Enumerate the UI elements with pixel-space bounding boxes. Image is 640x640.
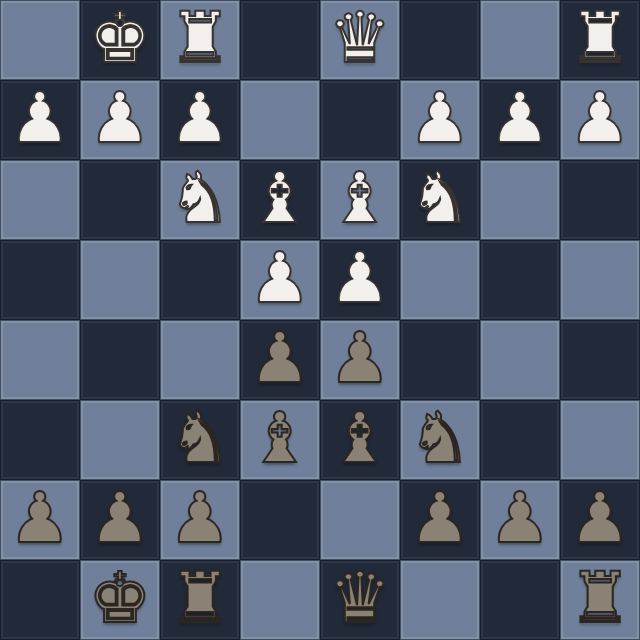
piece-black-rook-c1[interactable]: ♜ (169, 558, 232, 638)
piece-white-rook-h8[interactable]: ♜ (569, 0, 632, 78)
square-c8[interactable]: ♜ (160, 0, 240, 80)
chess-board: ♚♜♛♜♟♟♟♟♟♟♞♝♝♞♟♟♟♟♞♝♝♞♟♟♟♟♟♟♚♜♛♜ (0, 0, 640, 640)
square-b4[interactable] (80, 320, 160, 400)
square-a7[interactable]: ♟ (0, 80, 80, 160)
piece-black-pawn-e4[interactable]: ♟ (329, 318, 392, 398)
piece-white-bishop-e6[interactable]: ♝ (329, 158, 392, 238)
square-g3[interactable] (480, 400, 560, 480)
piece-black-pawn-b2[interactable]: ♟ (89, 478, 152, 558)
piece-black-pawn-d4[interactable]: ♟ (249, 318, 312, 398)
square-g4[interactable] (480, 320, 560, 400)
piece-white-pawn-d5[interactable]: ♟ (249, 238, 312, 318)
piece-black-rook-h1[interactable]: ♜ (569, 558, 632, 638)
piece-white-knight-f6[interactable]: ♞ (409, 158, 472, 238)
piece-black-knight-c3[interactable]: ♞ (169, 398, 232, 478)
piece-white-pawn-f7[interactable]: ♟ (409, 78, 472, 158)
piece-black-pawn-h2[interactable]: ♟ (569, 478, 632, 558)
square-h7[interactable]: ♟ (560, 80, 640, 160)
square-e7[interactable] (320, 80, 400, 160)
piece-white-pawn-b7[interactable]: ♟ (89, 78, 152, 158)
square-b2[interactable]: ♟ (80, 480, 160, 560)
square-e8[interactable]: ♛ (320, 0, 400, 80)
piece-black-bishop-e3[interactable]: ♝ (329, 398, 392, 478)
piece-black-queen-e1[interactable]: ♛ (329, 558, 392, 638)
square-c4[interactable] (160, 320, 240, 400)
square-d3[interactable]: ♝ (240, 400, 320, 480)
piece-white-king-b8[interactable]: ♚ (89, 0, 152, 78)
piece-black-pawn-c2[interactable]: ♟ (169, 478, 232, 558)
square-b8[interactable]: ♚ (80, 0, 160, 80)
square-c2[interactable]: ♟ (160, 480, 240, 560)
piece-white-pawn-a7[interactable]: ♟ (9, 78, 72, 158)
square-g8[interactable] (480, 0, 560, 80)
piece-white-queen-e8[interactable]: ♛ (329, 0, 392, 78)
square-b7[interactable]: ♟ (80, 80, 160, 160)
piece-white-pawn-e5[interactable]: ♟ (329, 238, 392, 318)
piece-white-pawn-c7[interactable]: ♟ (169, 78, 232, 158)
piece-black-pawn-g2[interactable]: ♟ (489, 478, 552, 558)
square-h5[interactable] (560, 240, 640, 320)
square-g7[interactable]: ♟ (480, 80, 560, 160)
square-a8[interactable] (0, 0, 80, 80)
square-f6[interactable]: ♞ (400, 160, 480, 240)
piece-black-pawn-a2[interactable]: ♟ (9, 478, 72, 558)
square-b5[interactable] (80, 240, 160, 320)
piece-black-king-b1[interactable]: ♚ (89, 558, 152, 638)
square-f7[interactable]: ♟ (400, 80, 480, 160)
square-f5[interactable] (400, 240, 480, 320)
square-h2[interactable]: ♟ (560, 480, 640, 560)
square-d8[interactable] (240, 0, 320, 80)
square-d1[interactable] (240, 560, 320, 640)
square-c1[interactable]: ♜ (160, 560, 240, 640)
square-f3[interactable]: ♞ (400, 400, 480, 480)
square-a6[interactable] (0, 160, 80, 240)
square-e1[interactable]: ♛ (320, 560, 400, 640)
square-a2[interactable]: ♟ (0, 480, 80, 560)
square-e3[interactable]: ♝ (320, 400, 400, 480)
piece-white-rook-c8[interactable]: ♜ (169, 0, 232, 78)
square-e4[interactable]: ♟ (320, 320, 400, 400)
square-g1[interactable] (480, 560, 560, 640)
square-h4[interactable] (560, 320, 640, 400)
square-f1[interactable] (400, 560, 480, 640)
square-c3[interactable]: ♞ (160, 400, 240, 480)
square-e5[interactable]: ♟ (320, 240, 400, 320)
square-h3[interactable] (560, 400, 640, 480)
square-a1[interactable] (0, 560, 80, 640)
square-g6[interactable] (480, 160, 560, 240)
piece-black-knight-f3[interactable]: ♞ (409, 398, 472, 478)
square-e2[interactable] (320, 480, 400, 560)
square-d5[interactable]: ♟ (240, 240, 320, 320)
square-a4[interactable] (0, 320, 80, 400)
piece-black-pawn-f2[interactable]: ♟ (409, 478, 472, 558)
square-c7[interactable]: ♟ (160, 80, 240, 160)
piece-white-pawn-h7[interactable]: ♟ (569, 78, 632, 158)
square-f2[interactable]: ♟ (400, 480, 480, 560)
square-d4[interactable]: ♟ (240, 320, 320, 400)
square-f4[interactable] (400, 320, 480, 400)
square-d7[interactable] (240, 80, 320, 160)
piece-white-knight-c6[interactable]: ♞ (169, 158, 232, 238)
square-h8[interactable]: ♜ (560, 0, 640, 80)
square-d6[interactable]: ♝ (240, 160, 320, 240)
square-d2[interactable] (240, 480, 320, 560)
piece-white-pawn-g7[interactable]: ♟ (489, 78, 552, 158)
square-h1[interactable]: ♜ (560, 560, 640, 640)
square-g5[interactable] (480, 240, 560, 320)
square-h6[interactable] (560, 160, 640, 240)
square-b1[interactable]: ♚ (80, 560, 160, 640)
square-c5[interactable] (160, 240, 240, 320)
piece-black-bishop-d3[interactable]: ♝ (249, 398, 312, 478)
square-b3[interactable] (80, 400, 160, 480)
square-c6[interactable]: ♞ (160, 160, 240, 240)
square-b6[interactable] (80, 160, 160, 240)
square-g2[interactable]: ♟ (480, 480, 560, 560)
square-a5[interactable] (0, 240, 80, 320)
piece-white-bishop-d6[interactable]: ♝ (249, 158, 312, 238)
square-f8[interactable] (400, 0, 480, 80)
square-e6[interactable]: ♝ (320, 160, 400, 240)
square-a3[interactable] (0, 400, 80, 480)
